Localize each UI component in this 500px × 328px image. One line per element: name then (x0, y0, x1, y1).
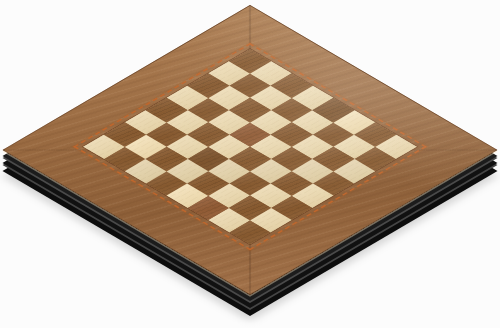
board-grid (83, 49, 417, 245)
inlay-border (73, 43, 427, 250)
chess-board-product-photo (0, 0, 500, 328)
chess-board (3, 5, 498, 295)
